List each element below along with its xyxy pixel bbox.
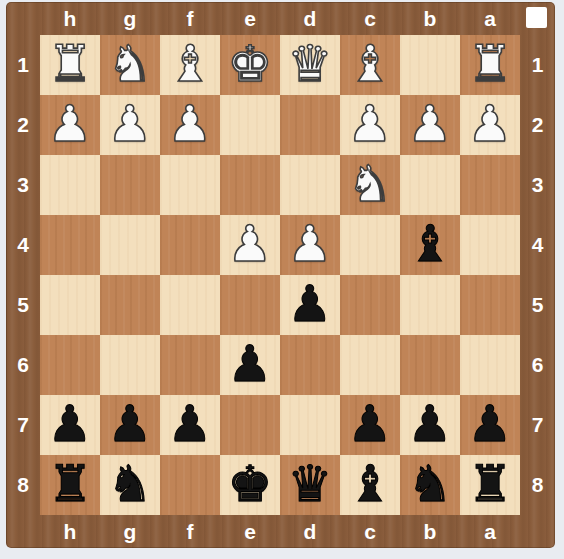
file-label-g: g xyxy=(100,2,160,35)
white-pawn: ♟ xyxy=(460,95,520,155)
file-label-d: d xyxy=(280,515,340,548)
file-label-f: f xyxy=(160,515,220,548)
square-e2[interactable] xyxy=(220,95,280,155)
square-g7[interactable]: ♟ xyxy=(100,395,160,455)
square-h4[interactable] xyxy=(40,215,100,275)
white-pawn: ♟ xyxy=(280,215,340,275)
rank-label-8: 8 xyxy=(520,455,555,515)
square-d8[interactable]: ♛ xyxy=(280,455,340,515)
black-pawn: ♟ xyxy=(280,275,340,335)
square-d6[interactable] xyxy=(280,335,340,395)
square-b5[interactable] xyxy=(400,275,460,335)
rank-label-7: 7 xyxy=(520,395,555,455)
black-pawn: ♟ xyxy=(460,395,520,455)
white-bishop: ♝ xyxy=(340,35,400,95)
black-knight: ♞ xyxy=(100,455,160,515)
white-king: ♚ xyxy=(220,35,280,95)
square-g8[interactable]: ♞ xyxy=(100,455,160,515)
file-label-a: a xyxy=(460,515,520,548)
square-d2[interactable] xyxy=(280,95,340,155)
file-labels-top: hgfedcba xyxy=(40,2,520,35)
file-label-a: a xyxy=(460,2,520,35)
rank-label-2: 2 xyxy=(6,95,40,155)
rank-labels-right: 12345678 xyxy=(520,35,555,515)
square-c2[interactable]: ♟ xyxy=(340,95,400,155)
square-c4[interactable] xyxy=(340,215,400,275)
square-a5[interactable] xyxy=(460,275,520,335)
rank-label-2: 2 xyxy=(520,95,555,155)
white-pawn: ♟ xyxy=(340,95,400,155)
square-b4[interactable]: ♝ xyxy=(400,215,460,275)
square-b2[interactable]: ♟ xyxy=(400,95,460,155)
rank-label-6: 6 xyxy=(6,335,40,395)
square-c8[interactable]: ♝ xyxy=(340,455,400,515)
rank-label-8: 8 xyxy=(6,455,40,515)
black-pawn: ♟ xyxy=(400,395,460,455)
square-e6[interactable]: ♟ xyxy=(220,335,280,395)
file-label-e: e xyxy=(220,2,280,35)
square-a2[interactable]: ♟ xyxy=(460,95,520,155)
black-queen: ♛ xyxy=(280,455,340,515)
square-h3[interactable] xyxy=(40,155,100,215)
square-f6[interactable] xyxy=(160,335,220,395)
white-pawn: ♟ xyxy=(400,95,460,155)
white-pawn: ♟ xyxy=(100,95,160,155)
rank-label-4: 4 xyxy=(6,215,40,275)
square-d7[interactable] xyxy=(280,395,340,455)
page: hgfedcba hgfedcba 12345678 12345678 ♜♞♝♚… xyxy=(0,0,564,559)
square-e3[interactable] xyxy=(220,155,280,215)
black-pawn: ♟ xyxy=(340,395,400,455)
file-label-b: b xyxy=(400,2,460,35)
square-h7[interactable]: ♟ xyxy=(40,395,100,455)
square-a8[interactable]: ♜ xyxy=(460,455,520,515)
square-d1[interactable]: ♛ xyxy=(280,35,340,95)
square-c5[interactable] xyxy=(340,275,400,335)
square-b1[interactable] xyxy=(400,35,460,95)
square-f2[interactable]: ♟ xyxy=(160,95,220,155)
square-e7[interactable] xyxy=(220,395,280,455)
file-label-e: e xyxy=(220,515,280,548)
black-pawn: ♟ xyxy=(160,395,220,455)
square-c6[interactable] xyxy=(340,335,400,395)
black-bishop: ♝ xyxy=(400,215,460,275)
white-rook: ♜ xyxy=(40,35,100,95)
white-pawn: ♟ xyxy=(160,95,220,155)
black-pawn: ♟ xyxy=(40,395,100,455)
square-a6[interactable] xyxy=(460,335,520,395)
white-bishop: ♝ xyxy=(160,35,220,95)
chess-board-grid: ♜♞♝♚♛♝♜♟♟♟♟♟♟♞♟♟♝♟♟♟♟♟♟♟♟♜♞♚♛♝♞♜ xyxy=(40,35,520,515)
file-label-d: d xyxy=(280,2,340,35)
square-h1[interactable]: ♜ xyxy=(40,35,100,95)
white-pawn: ♟ xyxy=(40,95,100,155)
rank-label-5: 5 xyxy=(6,275,40,335)
white-rook: ♜ xyxy=(460,35,520,95)
file-label-h: h xyxy=(40,515,100,548)
square-d5[interactable]: ♟ xyxy=(280,275,340,335)
black-king: ♚ xyxy=(220,455,280,515)
rank-label-3: 3 xyxy=(520,155,555,215)
square-d4[interactable]: ♟ xyxy=(280,215,340,275)
rank-label-6: 6 xyxy=(520,335,555,395)
square-e1[interactable]: ♚ xyxy=(220,35,280,95)
square-b6[interactable] xyxy=(400,335,460,395)
square-b8[interactable]: ♞ xyxy=(400,455,460,515)
square-h8[interactable]: ♜ xyxy=(40,455,100,515)
square-d3[interactable] xyxy=(280,155,340,215)
square-g3[interactable] xyxy=(100,155,160,215)
black-rook: ♜ xyxy=(40,455,100,515)
square-g6[interactable] xyxy=(100,335,160,395)
square-g2[interactable]: ♟ xyxy=(100,95,160,155)
rank-label-1: 1 xyxy=(520,35,555,95)
square-g5[interactable] xyxy=(100,275,160,335)
black-knight: ♞ xyxy=(400,455,460,515)
square-a3[interactable] xyxy=(460,155,520,215)
square-f3[interactable] xyxy=(160,155,220,215)
square-e5[interactable] xyxy=(220,275,280,335)
white-pawn: ♟ xyxy=(220,215,280,275)
square-h2[interactable]: ♟ xyxy=(40,95,100,155)
square-g4[interactable] xyxy=(100,215,160,275)
black-rook: ♜ xyxy=(460,455,520,515)
file-label-c: c xyxy=(340,2,400,35)
square-f4[interactable] xyxy=(160,215,220,275)
square-b3[interactable] xyxy=(400,155,460,215)
square-g1[interactable]: ♞ xyxy=(100,35,160,95)
black-bishop: ♝ xyxy=(340,455,400,515)
rank-labels-left: 12345678 xyxy=(6,35,40,515)
square-b7[interactable]: ♟ xyxy=(400,395,460,455)
square-a1[interactable]: ♜ xyxy=(460,35,520,95)
square-a4[interactable] xyxy=(460,215,520,275)
file-label-h: h xyxy=(40,2,100,35)
square-e8[interactable]: ♚ xyxy=(220,455,280,515)
square-f1[interactable]: ♝ xyxy=(160,35,220,95)
file-label-f: f xyxy=(160,2,220,35)
square-h5[interactable] xyxy=(40,275,100,335)
file-label-g: g xyxy=(100,515,160,548)
file-labels-bottom: hgfedcba xyxy=(40,515,520,548)
white-knight: ♞ xyxy=(100,35,160,95)
file-label-b: b xyxy=(400,515,460,548)
black-pawn: ♟ xyxy=(100,395,160,455)
black-pawn: ♟ xyxy=(220,335,280,395)
chess-board: hgfedcba hgfedcba 12345678 12345678 ♜♞♝♚… xyxy=(6,2,555,548)
square-c1[interactable]: ♝ xyxy=(340,35,400,95)
square-h6[interactable] xyxy=(40,335,100,395)
square-f7[interactable]: ♟ xyxy=(160,395,220,455)
white-knight: ♞ xyxy=(340,155,400,215)
white-queen: ♛ xyxy=(280,35,340,95)
rank-label-4: 4 xyxy=(520,215,555,275)
white-to-move-indicator xyxy=(526,7,547,28)
square-f5[interactable] xyxy=(160,275,220,335)
file-label-c: c xyxy=(340,515,400,548)
square-c7[interactable]: ♟ xyxy=(340,395,400,455)
rank-label-1: 1 xyxy=(6,35,40,95)
square-a7[interactable]: ♟ xyxy=(460,395,520,455)
rank-label-7: 7 xyxy=(6,395,40,455)
rank-label-3: 3 xyxy=(6,155,40,215)
square-e4[interactable]: ♟ xyxy=(220,215,280,275)
square-c3[interactable]: ♞ xyxy=(340,155,400,215)
square-f8[interactable] xyxy=(160,455,220,515)
rank-label-5: 5 xyxy=(520,275,555,335)
